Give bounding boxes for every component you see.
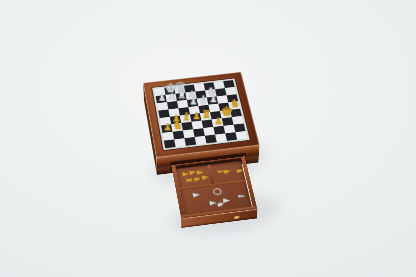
chess-box: ♟♟♟♜♞♟♝♟♞♟♟♞♟♝ ♚♛♟♟♜♟♞♟♝♟♞♟♝♟♜♚♟♞♟ — [144, 90, 258, 175]
drawer-piece-gold: ♟ — [221, 168, 231, 175]
chess-piece-silver-pawn: ♟ — [158, 94, 166, 103]
chess-piece-gold-knight: ♞ — [173, 120, 183, 131]
chess-piece-silver-bishop: ♝ — [198, 94, 208, 105]
square-a7: ♟ — [156, 95, 167, 103]
photo-background: ♟♟♟♜♞♟♝♟♞♟♟♞♟♝ ♚♛♟♟♜♟♞♟♝♟♞♟♝♟♜♚♟♞♟ — [0, 0, 416, 277]
chess-piece-gold-rook: ♜ — [202, 109, 212, 120]
square-h3 — [232, 116, 244, 125]
drawer-piece-silver: ♟ — [221, 198, 230, 204]
box-top-face: ♚♛♟♟♜♟♞♟♝♟♞♟♝♟♜♚♟♞♟ — [143, 72, 259, 157]
drawer-piece-gold: ♟ — [199, 174, 209, 181]
chess-piece-gold-pawn: ♟ — [163, 123, 171, 132]
drawer: ♟♟♟♜♞♟♝♟♞♟♟♞♟♝ — [171, 163, 257, 227]
square-c7: ♜ — [176, 93, 187, 101]
chess-piece-silver-pawn: ♟ — [209, 95, 217, 104]
chess-piece-silver-pawn: ♟ — [189, 97, 197, 106]
drawer-piece-silver: ♟ — [190, 192, 200, 199]
chess-piece-silver-rook: ♜ — [177, 89, 187, 100]
chess-piece-gold-king: ♚ — [221, 105, 233, 118]
square-e6: ♝ — [197, 98, 209, 106]
square-b3: ♞ — [171, 123, 183, 132]
square-b7: ♟ — [166, 94, 177, 102]
square-a3: ♟ — [161, 124, 173, 133]
drawer-piece-silver: ♝ — [236, 193, 245, 199]
square-d4: ♟ — [190, 113, 202, 122]
chess-piece-gold-pawn: ♟ — [214, 117, 222, 126]
piece-stand-ring — [212, 188, 222, 196]
board: ♚♛♟♟♜♟♞♟♝♟♞♟♝♟♜♚♟♞♟ — [154, 80, 247, 148]
square-f3: ♟ — [212, 118, 224, 127]
drawer-piece-gold: ♞ — [235, 168, 243, 174]
square-h1 — [235, 131, 247, 140]
square-e1 — [205, 135, 217, 144]
square-e4: ♜ — [200, 112, 212, 121]
square-d6: ♟ — [187, 99, 199, 107]
chess-piece-silver-pawn: ♟ — [168, 93, 176, 102]
drawer-knob — [235, 215, 240, 219]
square-g3 — [222, 117, 234, 126]
chess-piece-gold-pawn: ♟ — [192, 112, 200, 121]
board-border: ♚♛♟♟♜♟♞♟♝♟♞♟♝♟♜♚♟♞♟ — [152, 78, 250, 150]
